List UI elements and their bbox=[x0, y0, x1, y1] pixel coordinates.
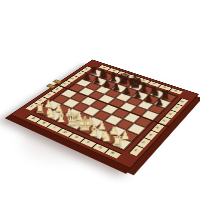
coord-tab: A bbox=[26, 114, 40, 122]
coord-label: 4 bbox=[55, 88, 59, 90]
coord-label: E bbox=[74, 136, 79, 139]
coord-tab: H bbox=[105, 149, 121, 159]
coord-tab: G bbox=[92, 143, 108, 152]
coord-label: G bbox=[163, 86, 167, 89]
coord-label: 3 bbox=[47, 93, 51, 95]
product-photo: ABCDEFGH ABCDEFGH 87654321 87654321 ♜♞♝♛… bbox=[0, 0, 200, 200]
coord-label: G bbox=[98, 146, 104, 150]
coord-label: 3 bbox=[149, 133, 154, 136]
coord-label: 1 bbox=[134, 149, 139, 153]
coord-label: 2 bbox=[141, 141, 146, 144]
coord-tab: 8 bbox=[177, 98, 189, 106]
coord-label: F bbox=[152, 83, 156, 85]
coord-label: H bbox=[174, 90, 178, 93]
coord-label: D bbox=[131, 76, 135, 78]
coord-label: 6 bbox=[71, 78, 75, 80]
coord-label: F bbox=[86, 141, 91, 144]
coord-label: A bbox=[31, 117, 36, 120]
coord-label: D bbox=[62, 131, 67, 134]
coord-label: H bbox=[110, 151, 116, 155]
coord-label: 6 bbox=[169, 113, 173, 116]
coord-tab: 1 bbox=[129, 145, 143, 156]
coord-label: E bbox=[142, 79, 146, 81]
coord-label: 8 bbox=[181, 100, 185, 103]
coord-label: 8 bbox=[85, 68, 89, 70]
coord-label: A bbox=[102, 66, 106, 68]
coord-label: 7 bbox=[78, 73, 82, 75]
coord-label: 5 bbox=[63, 83, 67, 85]
coord-label: 7 bbox=[175, 106, 179, 109]
coord-label: 4 bbox=[156, 126, 161, 129]
coord-tab: D bbox=[58, 128, 73, 136]
coord-label: 2 bbox=[39, 99, 44, 102]
coord-label: 5 bbox=[162, 119, 166, 122]
coord-label: 1 bbox=[30, 105, 35, 108]
coord-label: B bbox=[112, 69, 116, 71]
coord-label: C bbox=[52, 126, 57, 129]
coord-label: B bbox=[41, 121, 46, 124]
coord-label: C bbox=[122, 73, 126, 75]
